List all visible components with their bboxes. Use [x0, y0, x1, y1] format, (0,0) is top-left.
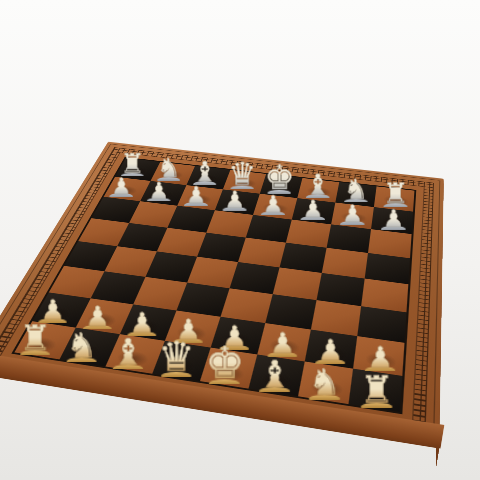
white-rook-icon: ♜ — [20, 320, 52, 355]
white-rook-a1[interactable]: ♜ — [11, 310, 59, 358]
white-bishop-icon: ♝ — [258, 355, 291, 392]
photo-scene: ♜♞♝♛♚♝♞♜♟♟♟♟♟♟♟♟♟♟♟♟♟♟♟♟♜♞♝♛♚♝♞♜ — [0, 0, 480, 480]
white-knight-g1[interactable]: ♞ — [299, 352, 350, 403]
white-knight-icon: ♞ — [66, 328, 97, 362]
white-rook-icon: ♜ — [359, 370, 393, 408]
white-knight-icon: ♞ — [309, 364, 341, 400]
white-bishop-icon: ♝ — [112, 333, 144, 369]
white-king-icon: ♚ — [205, 341, 244, 385]
white-bishop-c1[interactable]: ♝ — [104, 324, 153, 373]
white-bishop-f1[interactable]: ♝ — [249, 345, 300, 396]
white-king-e1[interactable]: ♚ — [200, 338, 250, 388]
white-knight-b1[interactable]: ♞ — [57, 317, 106, 366]
white-rook-h1[interactable]: ♜ — [351, 360, 403, 412]
chess-board: ♜♞♝♛♚♝♞♜♟♟♟♟♟♟♟♟♟♟♟♟♟♟♟♟♜♞♝♛♚♝♞♜ — [0, 142, 444, 449]
white-queen-d1[interactable]: ♛ — [151, 331, 201, 381]
white-queen-icon: ♛ — [158, 336, 195, 377]
